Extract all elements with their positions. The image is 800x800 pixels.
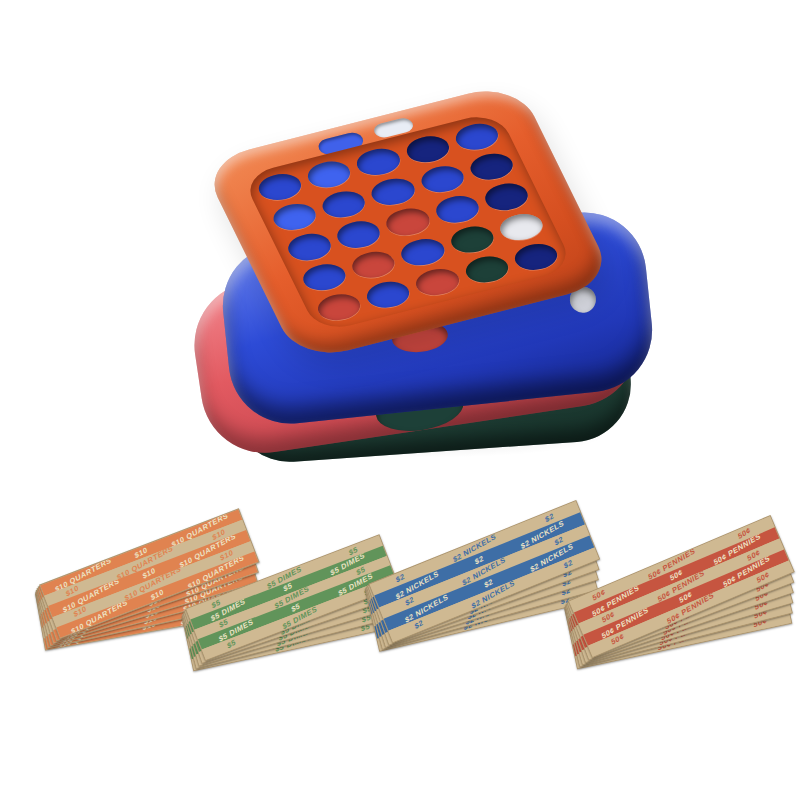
product-photo: $10 QUARTERS$10$10 QUARTERS$10$10 QUARTE… [0, 0, 800, 800]
wrapper-value-label: 50¢ [756, 571, 770, 585]
wrapper-value-label: $2 [414, 619, 424, 631]
wrapper-value-label: $2 [563, 559, 573, 571]
coin-wrapper-stacks: $10 QUARTERS$10$10 QUARTERS$10$10 QUARTE… [0, 0, 800, 800]
wrapper-value-label: $5 [226, 638, 236, 650]
wrapper-stack-pennies: 50¢50¢ PENNIES50¢50¢ PENNIES50¢50¢ PENNI… [568, 516, 792, 656]
wrapper-stack-nickels: $2$2 NICKELS$2$2 NICKELS$2$2 NICKELS$2$2… [368, 501, 597, 642]
wrapper-value-label: $10 [150, 587, 164, 601]
